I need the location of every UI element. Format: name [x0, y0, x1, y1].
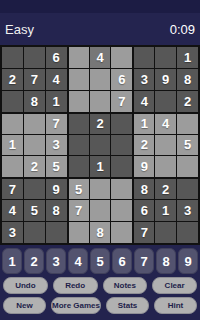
cell-r1c1[interactable] [2, 47, 23, 68]
cell-r5c6[interactable] [111, 135, 132, 156]
cell-r2c2[interactable]: 7 [24, 69, 45, 90]
cell-r3c8[interactable] [155, 91, 176, 112]
cell-r4c6[interactable] [111, 113, 132, 134]
cell-r1c8[interactable] [155, 47, 176, 68]
cell-r6c8[interactable] [155, 156, 176, 177]
cell-r8c8[interactable]: 1 [155, 200, 176, 221]
cell-r9c5[interactable]: 8 [90, 222, 111, 243]
cell-r3c6[interactable]: 7 [111, 91, 132, 112]
timer: 0:09 [170, 22, 195, 37]
cell-r2c9[interactable]: 8 [177, 69, 198, 90]
numpad-button-2[interactable]: 2 [24, 248, 44, 274]
cell-r6c5[interactable]: 1 [90, 156, 111, 177]
cell-r3c1[interactable] [2, 91, 23, 112]
cell-r3c9[interactable]: 2 [177, 91, 198, 112]
cell-r2c1[interactable]: 2 [2, 69, 23, 90]
stats-button[interactable]: Stats [106, 297, 149, 314]
cell-r2c7[interactable]: 3 [133, 69, 154, 90]
numpad-button-9[interactable]: 9 [178, 248, 198, 274]
cell-r8c4[interactable]: 7 [68, 200, 89, 221]
notes-button[interactable]: Notes [103, 277, 148, 294]
cell-r5c2[interactable] [24, 135, 45, 156]
cell-r7c8[interactable]: 2 [155, 178, 176, 199]
cell-r5c4[interactable] [68, 135, 89, 156]
cell-r9c7[interactable]: 7 [133, 222, 154, 243]
cell-r4c8[interactable]: 4 [155, 113, 176, 134]
undo-button[interactable]: Undo [3, 277, 48, 294]
cell-r7c2[interactable] [24, 178, 45, 199]
numpad-button-5[interactable]: 5 [90, 248, 110, 274]
cell-r5c1[interactable]: 1 [2, 135, 23, 156]
cell-r6c2[interactable]: 2 [24, 156, 45, 177]
cell-r4c4[interactable] [68, 113, 89, 134]
sudoku-board: 6412746398817427214132525197958245876133… [0, 45, 200, 245]
cell-r4c7[interactable]: 1 [133, 113, 154, 134]
cell-r3c7[interactable]: 4 [133, 91, 154, 112]
cell-r3c5[interactable] [90, 91, 111, 112]
numpad-button-1[interactable]: 1 [2, 248, 22, 274]
more-games-button[interactable]: More Games [51, 297, 101, 314]
control-panel: UndoRedoNotesClear NewMore GamesStatsHin… [0, 274, 200, 314]
cell-r1c7[interactable] [133, 47, 154, 68]
cell-r2c6[interactable]: 6 [111, 69, 132, 90]
cell-r3c2[interactable]: 8 [24, 91, 45, 112]
status-bar [0, 0, 200, 13]
cell-r8c5[interactable] [90, 200, 111, 221]
cell-r5c8[interactable] [155, 135, 176, 156]
cell-r6c1[interactable] [2, 156, 23, 177]
cell-r8c6[interactable] [111, 200, 132, 221]
new-button[interactable]: New [3, 297, 46, 314]
cell-r4c1[interactable] [2, 113, 23, 134]
cell-r1c2[interactable] [24, 47, 45, 68]
cell-r2c8[interactable]: 9 [155, 69, 176, 90]
cell-r9c1[interactable]: 3 [2, 222, 23, 243]
cell-r9c9[interactable] [177, 222, 198, 243]
cell-r9c6[interactable] [111, 222, 132, 243]
cell-r1c9[interactable]: 1 [177, 47, 198, 68]
cell-r5c5[interactable] [90, 135, 111, 156]
cell-r1c6[interactable] [111, 47, 132, 68]
cell-r8c1[interactable]: 4 [2, 200, 23, 221]
cell-r7c3[interactable]: 9 [46, 178, 67, 199]
cell-r3c4[interactable] [68, 91, 89, 112]
numpad-button-6[interactable]: 6 [112, 248, 132, 274]
cell-r1c3[interactable]: 6 [46, 47, 67, 68]
cell-r2c5[interactable] [90, 69, 111, 90]
cell-r7c5[interactable] [90, 178, 111, 199]
cell-r6c6[interactable] [111, 156, 132, 177]
cell-r7c1[interactable]: 7 [2, 178, 23, 199]
cell-r2c4[interactable] [68, 69, 89, 90]
cell-r9c4[interactable] [68, 222, 89, 243]
cell-r7c6[interactable] [111, 178, 132, 199]
cell-r5c7[interactable]: 2 [133, 135, 154, 156]
control-row-1: UndoRedoNotesClear [3, 277, 197, 294]
numpad-button-4[interactable]: 4 [68, 248, 88, 274]
cell-r3c3[interactable]: 1 [46, 91, 67, 112]
cell-r9c8[interactable] [155, 222, 176, 243]
cell-r4c2[interactable] [24, 113, 45, 134]
cell-r8c2[interactable]: 5 [24, 200, 45, 221]
cell-r9c2[interactable] [24, 222, 45, 243]
numpad-button-7[interactable]: 7 [134, 248, 154, 274]
cell-r7c4[interactable]: 5 [68, 178, 89, 199]
cell-r6c3[interactable]: 5 [46, 156, 67, 177]
redo-button[interactable]: Redo [53, 277, 98, 294]
cell-r4c3[interactable]: 7 [46, 113, 67, 134]
clear-button[interactable]: Clear [152, 277, 197, 294]
cell-r8c9[interactable]: 3 [177, 200, 198, 221]
cell-r5c9[interactable]: 5 [177, 135, 198, 156]
control-row-2: NewMore GamesStatsHint [3, 297, 197, 314]
cell-r8c3[interactable]: 8 [46, 200, 67, 221]
cell-r9c3[interactable] [46, 222, 67, 243]
hint-button[interactable]: Hint [154, 297, 197, 314]
cell-r6c7[interactable]: 9 [133, 156, 154, 177]
cell-r2c3[interactable]: 4 [46, 69, 67, 90]
cell-r6c9[interactable] [177, 156, 198, 177]
cell-r4c9[interactable] [177, 113, 198, 134]
number-pad: 123456789 [0, 245, 200, 274]
numpad-button-3[interactable]: 3 [46, 248, 66, 274]
cell-r4c5[interactable]: 2 [90, 113, 111, 134]
numpad-button-8[interactable]: 8 [156, 248, 176, 274]
title-bar: Easy 0:09 [0, 13, 200, 45]
cell-r5c3[interactable]: 3 [46, 135, 67, 156]
cell-r1c4[interactable] [68, 47, 89, 68]
cell-r8c7[interactable]: 6 [133, 200, 154, 221]
cell-r7c7[interactable]: 8 [133, 178, 154, 199]
cell-r1c5[interactable]: 4 [90, 47, 111, 68]
cell-r6c4[interactable] [68, 156, 89, 177]
difficulty-label: Easy [5, 22, 34, 37]
cell-r7c9[interactable] [177, 178, 198, 199]
